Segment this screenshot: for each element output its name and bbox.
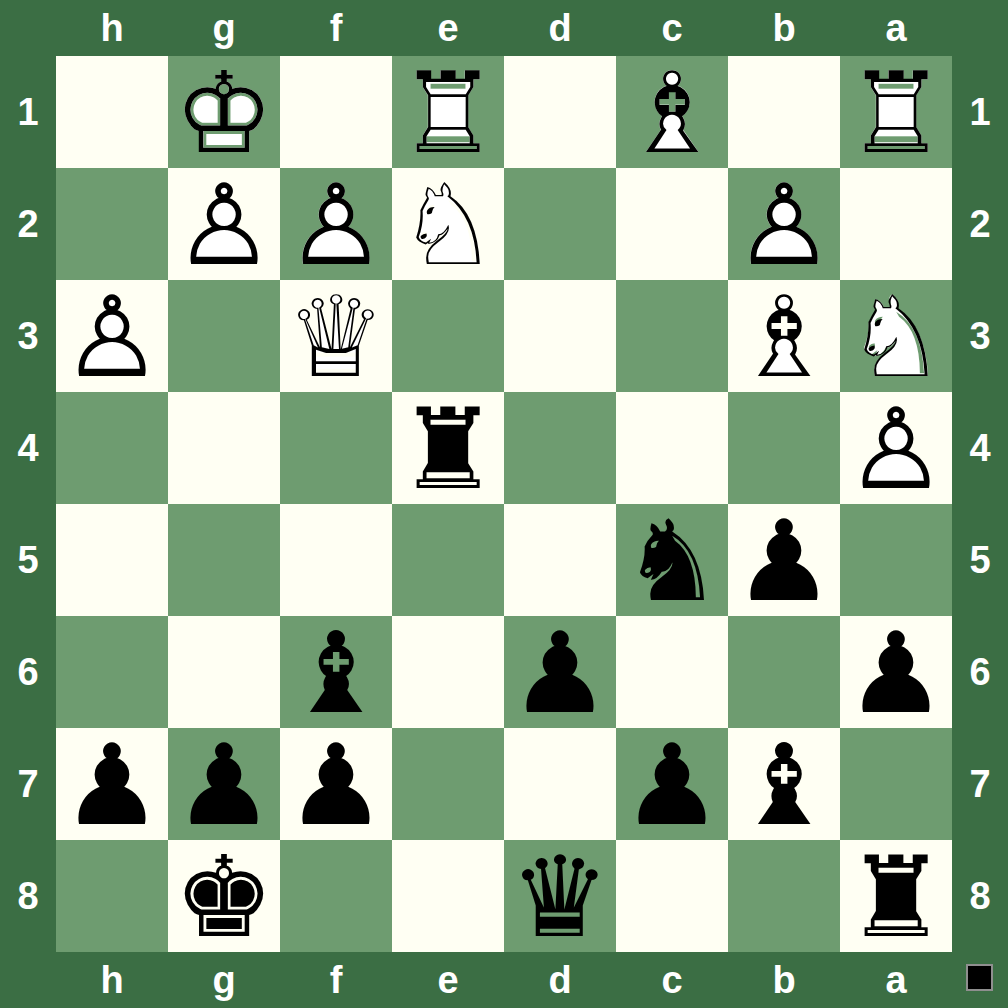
- square-f1[interactable]: [280, 56, 392, 168]
- file-label-h: h: [56, 952, 168, 1008]
- file-label-f: f: [280, 952, 392, 1008]
- file-label-b: b: [728, 952, 840, 1008]
- square-d8[interactable]: ♛: [504, 840, 616, 952]
- square-b2[interactable]: ♟♙: [728, 168, 840, 280]
- rank-label-2: 2: [0, 168, 56, 280]
- square-d4[interactable]: [504, 392, 616, 504]
- white-pawn[interactable]: ♟♙: [728, 168, 840, 280]
- square-f8[interactable]: [280, 840, 392, 952]
- rank-label-4: 4: [952, 392, 1008, 504]
- square-c2[interactable]: [616, 168, 728, 280]
- square-h1[interactable]: [56, 56, 168, 168]
- square-e3[interactable]: [392, 280, 504, 392]
- square-f7[interactable]: ♟: [280, 728, 392, 840]
- rank-label-7: 7: [952, 728, 1008, 840]
- square-e4[interactable]: ♜: [392, 392, 504, 504]
- file-label-g: g: [168, 0, 280, 56]
- square-a8[interactable]: ♜: [840, 840, 952, 952]
- rank-labels-right: 12345678: [952, 56, 1008, 952]
- white-pawn[interactable]: ♟♙: [56, 280, 168, 392]
- square-e5[interactable]: [392, 504, 504, 616]
- square-f6[interactable]: ♝: [280, 616, 392, 728]
- file-label-c: c: [616, 0, 728, 56]
- square-c5[interactable]: ♞: [616, 504, 728, 616]
- rank-label-6: 6: [952, 616, 1008, 728]
- square-b5[interactable]: ♟: [728, 504, 840, 616]
- square-g4[interactable]: [168, 392, 280, 504]
- square-e2[interactable]: ♞♘: [392, 168, 504, 280]
- rank-label-4: 4: [0, 392, 56, 504]
- square-h3[interactable]: ♟♙: [56, 280, 168, 392]
- square-h6[interactable]: [56, 616, 168, 728]
- rank-label-6: 6: [0, 616, 56, 728]
- rank-label-1: 1: [0, 56, 56, 168]
- white-pawn[interactable]: ♟♙: [168, 168, 280, 280]
- square-a2[interactable]: [840, 168, 952, 280]
- square-g5[interactable]: [168, 504, 280, 616]
- square-h2[interactable]: [56, 168, 168, 280]
- square-b3[interactable]: ♝♗: [728, 280, 840, 392]
- file-label-d: d: [504, 0, 616, 56]
- square-b1[interactable]: [728, 56, 840, 168]
- square-e7[interactable]: [392, 728, 504, 840]
- square-g7[interactable]: ♟: [168, 728, 280, 840]
- square-d3[interactable]: [504, 280, 616, 392]
- square-d5[interactable]: [504, 504, 616, 616]
- file-label-h: h: [56, 0, 168, 56]
- rank-label-3: 3: [0, 280, 56, 392]
- black-pawn[interactable]: ♟: [280, 728, 392, 840]
- rank-label-1: 1: [952, 56, 1008, 168]
- white-pawn[interactable]: ♟♙: [840, 392, 952, 504]
- square-a1[interactable]: ♜♖: [840, 56, 952, 168]
- square-h7[interactable]: ♟: [56, 728, 168, 840]
- white-rook[interactable]: ♜♖: [392, 56, 504, 168]
- square-a5[interactable]: [840, 504, 952, 616]
- square-d1[interactable]: [504, 56, 616, 168]
- square-g6[interactable]: [168, 616, 280, 728]
- square-d7[interactable]: [504, 728, 616, 840]
- square-g2[interactable]: ♟♙: [168, 168, 280, 280]
- white-king[interactable]: ♚♔: [168, 56, 280, 168]
- file-label-e: e: [392, 952, 504, 1008]
- black-queen[interactable]: ♛: [504, 840, 616, 952]
- file-label-f: f: [280, 0, 392, 56]
- rank-label-2: 2: [952, 168, 1008, 280]
- square-b4[interactable]: [728, 392, 840, 504]
- square-f5[interactable]: [280, 504, 392, 616]
- black-rook[interactable]: ♜: [392, 392, 504, 504]
- rank-label-3: 3: [952, 280, 1008, 392]
- black-pawn[interactable]: ♟: [56, 728, 168, 840]
- file-label-a: a: [840, 0, 952, 56]
- square-e8[interactable]: [392, 840, 504, 952]
- square-c3[interactable]: [616, 280, 728, 392]
- square-b7[interactable]: ♝: [728, 728, 840, 840]
- file-labels-bottom: hgfedcba: [56, 952, 952, 1008]
- black-pawn[interactable]: ♟: [840, 616, 952, 728]
- square-b8[interactable]: [728, 840, 840, 952]
- rank-label-7: 7: [0, 728, 56, 840]
- square-f4[interactable]: [280, 392, 392, 504]
- file-labels-top: hgfedcba: [56, 0, 952, 56]
- black-king[interactable]: ♚: [168, 840, 280, 952]
- black-knight[interactable]: ♞: [616, 504, 728, 616]
- black-rook[interactable]: ♜: [840, 840, 952, 952]
- white-knight[interactable]: ♞♘: [392, 168, 504, 280]
- white-rook[interactable]: ♜♖: [840, 56, 952, 168]
- square-e1[interactable]: ♜♖: [392, 56, 504, 168]
- black-bishop[interactable]: ♝: [280, 616, 392, 728]
- square-d2[interactable]: [504, 168, 616, 280]
- white-bishop[interactable]: ♝♗: [616, 56, 728, 168]
- square-g8[interactable]: ♚: [168, 840, 280, 952]
- file-label-g: g: [168, 952, 280, 1008]
- file-label-b: b: [728, 0, 840, 56]
- square-c8[interactable]: [616, 840, 728, 952]
- square-b6[interactable]: [728, 616, 840, 728]
- square-h5[interactable]: [56, 504, 168, 616]
- white-queen[interactable]: ♛♕: [280, 280, 392, 392]
- rank-label-5: 5: [0, 504, 56, 616]
- white-bishop[interactable]: ♝♗: [728, 280, 840, 392]
- square-a4[interactable]: ♟♙: [840, 392, 952, 504]
- rank-label-8: 8: [952, 840, 1008, 952]
- square-g3[interactable]: [168, 280, 280, 392]
- file-label-a: a: [840, 952, 952, 1008]
- square-d6[interactable]: ♟: [504, 616, 616, 728]
- file-label-c: c: [616, 952, 728, 1008]
- square-f2[interactable]: ♟♙: [280, 168, 392, 280]
- square-a7[interactable]: [840, 728, 952, 840]
- square-a3[interactable]: ♞♘: [840, 280, 952, 392]
- file-label-e: e: [392, 0, 504, 56]
- rank-labels-left: 12345678: [0, 56, 56, 952]
- square-a6[interactable]: ♟: [840, 616, 952, 728]
- square-h8[interactable]: [56, 840, 168, 952]
- black-to-move-indicator: [966, 964, 993, 991]
- square-c4[interactable]: [616, 392, 728, 504]
- rank-label-8: 8: [0, 840, 56, 952]
- black-pawn[interactable]: ♟: [504, 616, 616, 728]
- square-g1[interactable]: ♚♔: [168, 56, 280, 168]
- file-label-d: d: [504, 952, 616, 1008]
- square-c1[interactable]: ♝♗: [616, 56, 728, 168]
- white-knight[interactable]: ♞♘: [840, 280, 952, 392]
- chess-board-frame: hgfedcba 12345678 ♚♔♜♖♝♗♜♖♟♙♟♙♞♘♟♙♟♙♛♕♝♗…: [0, 0, 1008, 1008]
- square-c7[interactable]: ♟: [616, 728, 728, 840]
- black-pawn[interactable]: ♟: [168, 728, 280, 840]
- square-e6[interactable]: [392, 616, 504, 728]
- black-pawn[interactable]: ♟: [728, 504, 840, 616]
- white-pawn[interactable]: ♟♙: [280, 168, 392, 280]
- square-c6[interactable]: [616, 616, 728, 728]
- black-bishop[interactable]: ♝: [728, 728, 840, 840]
- rank-label-5: 5: [952, 504, 1008, 616]
- black-pawn[interactable]: ♟: [616, 728, 728, 840]
- square-h4[interactable]: [56, 392, 168, 504]
- square-f3[interactable]: ♛♕: [280, 280, 392, 392]
- chess-board: ♚♔♜♖♝♗♜♖♟♙♟♙♞♘♟♙♟♙♛♕♝♗♞♘♜♟♙♞♟♝♟♟♟♟♟♟♝♚♛♜: [56, 56, 952, 952]
